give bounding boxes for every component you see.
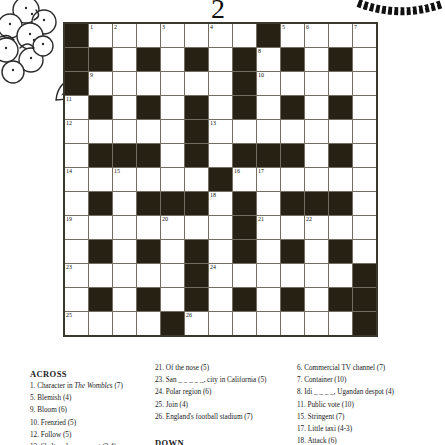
clue-number: 19 — [66, 216, 72, 223]
clue-item: 25. Join (4) — [155, 399, 297, 411]
black-cell — [185, 120, 208, 143]
white-cell[interactable]: 17 — [257, 168, 280, 191]
black-cell — [353, 264, 376, 287]
black-cell — [185, 192, 208, 215]
clue-item: 10. Frenzied (5) — [30, 417, 160, 429]
white-cell[interactable] — [89, 168, 112, 191]
white-cell[interactable]: 13 — [209, 120, 232, 143]
white-cell[interactable] — [113, 120, 136, 143]
black-cell — [113, 144, 136, 167]
white-cell[interactable] — [281, 216, 304, 239]
white-cell[interactable] — [305, 72, 328, 95]
white-cell[interactable] — [305, 48, 328, 71]
white-cell[interactable] — [305, 96, 328, 119]
white-cell[interactable] — [281, 312, 304, 335]
white-cell[interactable] — [113, 216, 136, 239]
white-cell[interactable] — [113, 96, 136, 119]
black-cell — [65, 48, 88, 71]
down-header: DOWN — [155, 437, 297, 445]
white-cell[interactable] — [161, 96, 184, 119]
white-cell[interactable]: 5 — [281, 24, 304, 47]
white-cell[interactable] — [161, 168, 184, 191]
white-cell[interactable]: 21 — [257, 216, 280, 239]
clue-item: 23. San _ _ _ _ _, city in California (5… — [155, 374, 297, 386]
black-cell — [329, 96, 352, 119]
white-cell[interactable] — [233, 312, 256, 335]
white-cell[interactable] — [137, 72, 160, 95]
clue-number: 17 — [258, 168, 264, 175]
black-cell — [233, 288, 256, 311]
clue-item: 21. Of the nose (5) — [155, 362, 297, 374]
white-cell[interactable] — [65, 144, 88, 167]
white-cell[interactable] — [353, 120, 376, 143]
white-cell[interactable] — [89, 216, 112, 239]
white-cell[interactable] — [329, 72, 352, 95]
black-cell — [89, 48, 112, 71]
white-cell[interactable]: 11 — [65, 96, 88, 119]
clue-number: 9 — [90, 72, 93, 79]
black-cell — [305, 192, 328, 215]
clue-number: 3 — [162, 24, 165, 31]
black-cell — [329, 192, 352, 215]
white-cell[interactable] — [257, 240, 280, 263]
rope-border-illustration — [355, 0, 445, 18]
clue-number: 23 — [66, 264, 72, 271]
white-cell[interactable] — [329, 216, 352, 239]
white-cell[interactable] — [233, 264, 256, 287]
white-cell[interactable] — [185, 216, 208, 239]
white-cell[interactable] — [65, 288, 88, 311]
white-cell[interactable] — [113, 72, 136, 95]
clue-number: 18 — [210, 192, 216, 199]
white-cell[interactable] — [89, 120, 112, 143]
white-cell[interactable]: 4 — [209, 24, 232, 47]
white-cell[interactable] — [257, 264, 280, 287]
white-cell[interactable] — [161, 120, 184, 143]
white-cell[interactable] — [353, 72, 376, 95]
white-cell[interactable]: 7 — [353, 24, 376, 47]
clue-number: 22 — [306, 216, 312, 223]
white-cell[interactable] — [257, 288, 280, 311]
black-cell — [185, 144, 208, 167]
white-cell[interactable] — [233, 24, 256, 47]
white-cell[interactable] — [185, 168, 208, 191]
white-cell[interactable]: 18 — [209, 192, 232, 215]
black-cell — [161, 312, 184, 335]
white-cell[interactable] — [305, 264, 328, 287]
black-cell — [233, 72, 256, 95]
white-cell[interactable]: 9 — [89, 72, 112, 95]
white-cell[interactable] — [233, 120, 256, 143]
white-cell[interactable] — [257, 312, 280, 335]
white-cell[interactable] — [257, 192, 280, 215]
white-cell[interactable] — [209, 144, 232, 167]
clue-number: 24 — [210, 264, 216, 271]
clue-item: 26. England's football stadium (7) — [155, 411, 297, 423]
white-cell[interactable] — [281, 120, 304, 143]
white-cell[interactable] — [329, 120, 352, 143]
black-cell — [233, 240, 256, 263]
clue-item: 15. Stringent (7) — [297, 411, 445, 423]
white-cell[interactable] — [161, 48, 184, 71]
black-cell — [233, 48, 256, 71]
white-cell[interactable]: 8 — [257, 48, 280, 71]
black-cell — [65, 24, 88, 47]
black-cell — [281, 288, 304, 311]
white-cell[interactable] — [209, 72, 232, 95]
black-cell — [257, 144, 280, 167]
white-cell[interactable] — [305, 312, 328, 335]
white-cell[interactable]: 20 — [161, 216, 184, 239]
clue-item: 9. Bloom (6) — [30, 404, 160, 416]
black-cell — [257, 24, 280, 47]
white-cell[interactable] — [329, 264, 352, 287]
white-cell[interactable] — [89, 264, 112, 287]
white-cell[interactable] — [257, 96, 280, 119]
clue-item: 1. Character in The Wombles (7) — [30, 380, 160, 392]
white-cell[interactable]: 3 — [161, 24, 184, 47]
white-cell[interactable] — [65, 192, 88, 215]
black-cell — [185, 96, 208, 119]
clue-number: 1 — [90, 24, 93, 31]
white-cell[interactable] — [89, 312, 112, 335]
white-cell[interactable] — [209, 312, 232, 335]
white-cell[interactable] — [113, 288, 136, 311]
clue-item: 11. Public vote (10) — [297, 399, 445, 411]
white-cell[interactable] — [305, 120, 328, 143]
clue-number: 12 — [66, 120, 72, 127]
black-cell — [281, 48, 304, 71]
white-cell[interactable] — [161, 288, 184, 311]
white-cell[interactable]: 2 — [113, 24, 136, 47]
white-cell[interactable] — [137, 216, 160, 239]
white-cell[interactable]: 10 — [257, 72, 280, 95]
white-cell[interactable] — [329, 312, 352, 335]
black-cell — [89, 144, 112, 167]
clue-number: 25 — [66, 312, 72, 319]
white-cell[interactable]: 12 — [65, 120, 88, 143]
white-cell[interactable] — [161, 240, 184, 263]
white-cell[interactable] — [113, 192, 136, 215]
black-cell — [185, 240, 208, 263]
black-cell — [185, 288, 208, 311]
black-cell — [185, 264, 208, 287]
white-cell[interactable] — [353, 192, 376, 215]
white-cell[interactable] — [305, 144, 328, 167]
white-cell[interactable] — [137, 264, 160, 287]
black-cell — [329, 288, 352, 311]
white-cell[interactable] — [113, 312, 136, 335]
black-cell — [233, 216, 256, 239]
white-cell[interactable] — [329, 168, 352, 191]
white-cell[interactable] — [137, 120, 160, 143]
black-cell — [185, 48, 208, 71]
black-cell — [65, 72, 88, 95]
white-cell[interactable] — [65, 240, 88, 263]
white-cell[interactable] — [353, 240, 376, 263]
white-cell[interactable]: 25 — [65, 312, 88, 335]
clue-number: 5 — [282, 24, 285, 31]
black-cell — [329, 240, 352, 263]
black-cell — [353, 288, 376, 311]
white-cell[interactable] — [353, 144, 376, 167]
black-cell — [161, 192, 184, 215]
white-cell[interactable]: 6 — [305, 24, 328, 47]
black-cell — [89, 192, 112, 215]
crossword-grid: 1234567891011121314151617181920212223242… — [63, 22, 378, 337]
white-cell[interactable] — [209, 96, 232, 119]
clue-item: 12. Follow (5) — [30, 429, 160, 441]
black-cell — [233, 192, 256, 215]
white-cell[interactable] — [353, 96, 376, 119]
black-cell — [137, 240, 160, 263]
black-cell — [137, 192, 160, 215]
across-continued-column: 21. Of the nose (5)23. San _ _ _ _ _, ci… — [155, 362, 297, 445]
across-clues-column: ACROSS 1. Character in The Wombles (7)5.… — [30, 368, 160, 445]
clue-number: 2 — [114, 24, 117, 31]
black-cell — [353, 312, 376, 335]
white-cell[interactable] — [185, 24, 208, 47]
black-cell — [281, 192, 304, 215]
white-cell[interactable] — [209, 48, 232, 71]
white-cell[interactable]: 23 — [65, 264, 88, 287]
white-cell[interactable] — [137, 168, 160, 191]
clue-number: 21 — [258, 216, 264, 223]
white-cell[interactable]: 1 — [89, 24, 112, 47]
white-cell[interactable] — [161, 144, 184, 167]
black-cell — [281, 240, 304, 263]
white-cell[interactable] — [305, 288, 328, 311]
clue-number: 26 — [186, 312, 192, 319]
black-cell — [233, 144, 256, 167]
clue-number: 10 — [258, 72, 264, 79]
clue-number: 4 — [210, 24, 213, 31]
clue-item: 8. Idi _ _ _ _, Ugandan despot (4) — [297, 386, 445, 398]
clue-number: 6 — [306, 24, 309, 31]
white-cell[interactable]: 16 — [233, 168, 256, 191]
clue-number: 7 — [354, 24, 357, 31]
clue-item: 24. Polar region (6) — [155, 386, 297, 398]
white-cell[interactable] — [161, 72, 184, 95]
black-cell — [89, 240, 112, 263]
white-cell[interactable] — [113, 264, 136, 287]
clue-item: 7. Container (10) — [297, 374, 445, 386]
white-cell[interactable] — [257, 120, 280, 143]
white-cell[interactable]: 26 — [185, 312, 208, 335]
clue-number: 8 — [258, 48, 261, 55]
white-cell[interactable]: 14 — [65, 168, 88, 191]
black-cell — [137, 288, 160, 311]
black-cell — [89, 288, 112, 311]
black-cell — [329, 48, 352, 71]
white-cell[interactable] — [305, 240, 328, 263]
down-clues-column: 6. Commercial TV channel (7)7. Container… — [297, 362, 445, 445]
clue-number: 15 — [114, 168, 120, 175]
black-cell — [89, 96, 112, 119]
white-cell[interactable] — [209, 240, 232, 263]
white-cell[interactable] — [329, 24, 352, 47]
clue-number: 11 — [66, 96, 72, 103]
black-cell — [281, 96, 304, 119]
clue-item: 17. Little taxi (4-3) — [297, 423, 445, 435]
black-cell — [137, 48, 160, 71]
white-cell[interactable] — [161, 264, 184, 287]
white-cell[interactable] — [209, 216, 232, 239]
black-cell — [329, 144, 352, 167]
black-cell — [137, 144, 160, 167]
black-cell — [281, 144, 304, 167]
white-cell[interactable] — [353, 168, 376, 191]
clue-number: 14 — [66, 168, 72, 175]
clue-number: 20 — [162, 216, 168, 223]
white-cell[interactable] — [137, 312, 160, 335]
clue-item: 6. Commercial TV channel (7) — [297, 362, 445, 374]
clue-item: 5. Blemish (4) — [30, 392, 160, 404]
white-cell[interactable]: 15 — [113, 168, 136, 191]
white-cell[interactable] — [281, 72, 304, 95]
white-cell[interactable] — [305, 168, 328, 191]
white-cell[interactable] — [281, 168, 304, 191]
clue-number: 16 — [234, 168, 240, 175]
across-header: ACROSS — [30, 368, 160, 380]
white-cell[interactable] — [209, 288, 232, 311]
white-cell[interactable] — [281, 264, 304, 287]
clue-item: 18. Attack (6) — [297, 435, 445, 445]
black-cell — [209, 168, 232, 191]
black-cell — [233, 96, 256, 119]
clue-item: 13. Sheltered sunny spot (3,4) — [30, 441, 160, 445]
white-cell[interactable] — [113, 48, 136, 71]
white-cell[interactable] — [137, 24, 160, 47]
white-cell[interactable] — [353, 48, 376, 71]
white-cell[interactable] — [353, 216, 376, 239]
black-cell — [137, 96, 160, 119]
white-cell[interactable]: 19 — [65, 216, 88, 239]
white-cell[interactable] — [185, 72, 208, 95]
white-cell[interactable]: 24 — [209, 264, 232, 287]
clue-number: 13 — [210, 120, 216, 127]
white-cell[interactable]: 22 — [305, 216, 328, 239]
white-cell[interactable] — [113, 240, 136, 263]
